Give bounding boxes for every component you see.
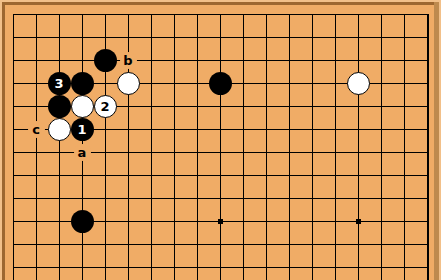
black-stone-move-1-d14: 1: [71, 118, 94, 141]
point-label-b: b: [120, 52, 137, 69]
white-stone-c14: [48, 118, 71, 141]
point-label-c: c: [28, 121, 45, 138]
white-stone-f16: [117, 72, 140, 95]
hoshi-point-q10: [356, 219, 361, 224]
black-stone-k16: [209, 72, 232, 95]
black-stone-c15: [48, 95, 71, 118]
black-stone-d10: [71, 210, 94, 233]
black-stone-e17: [94, 49, 117, 72]
black-stone-move-3-c16: 3: [48, 72, 71, 95]
white-stone-d15: [71, 95, 94, 118]
board-intersections: bca312: [2, 3, 439, 279]
point-label-a: a: [74, 144, 91, 161]
hoshi-point-k10: [218, 219, 223, 224]
go-board: bca312: [0, 0, 441, 280]
white-stone-move-2-e15: 2: [94, 95, 117, 118]
black-stone-d16: [71, 72, 94, 95]
white-stone-q16: [347, 72, 370, 95]
